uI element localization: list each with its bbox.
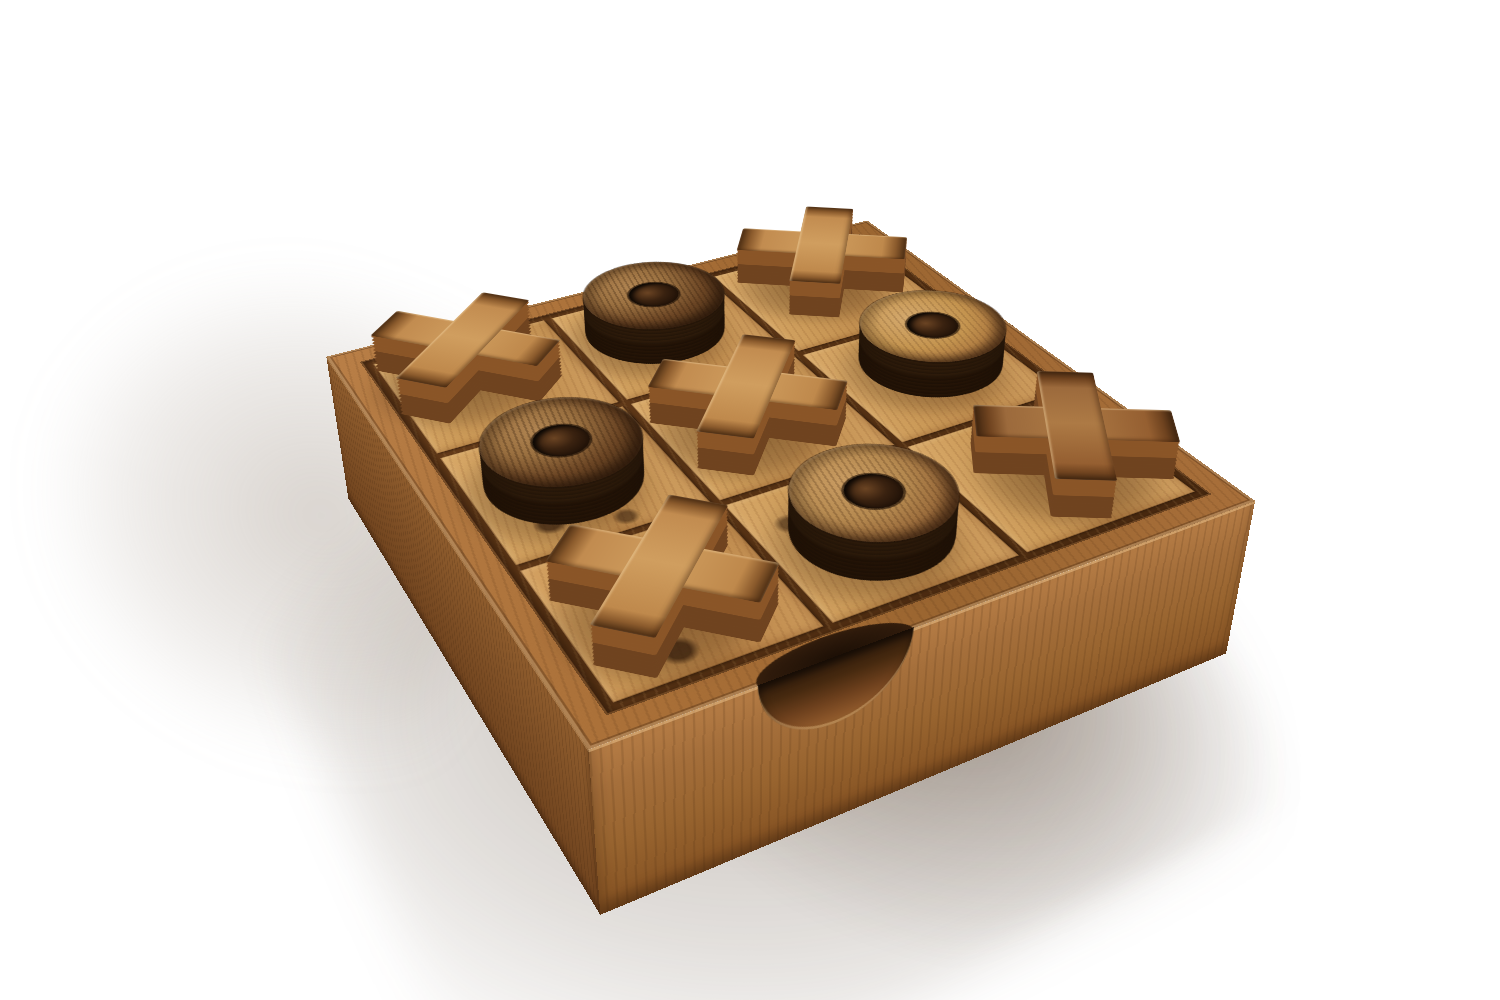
- x-top-face: [969, 369, 1191, 483]
- product-photo-scene: [0, 0, 1500, 1000]
- o-center-hole: [897, 308, 969, 343]
- wooden-tictactoe-box: [326, 220, 1255, 749]
- o-center-hole: [621, 279, 688, 311]
- o-center-hole: [832, 468, 915, 515]
- o-center-hole: [524, 419, 600, 462]
- x-top-face: [729, 204, 910, 288]
